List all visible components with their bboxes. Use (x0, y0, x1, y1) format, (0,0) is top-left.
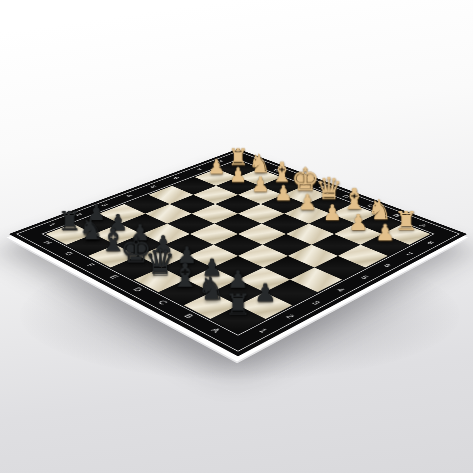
square-d4[interactable] (213, 234, 262, 256)
rank-label-5-right: 5 (356, 274, 372, 282)
rank-label-8-right: 8 (422, 240, 437, 247)
rank-label-6-right: 6 (379, 262, 395, 269)
file-label-d-bottom: D (129, 286, 145, 294)
rank-label-4-right: 4 (332, 286, 349, 294)
rank-label-3-right: 3 (307, 299, 324, 307)
file-label-c-bottom: C (154, 299, 171, 307)
square-c4[interactable] (238, 245, 288, 268)
square-b5[interactable] (288, 245, 338, 268)
file-label-a-bottom: A (207, 326, 224, 335)
file-label-f-bottom: F (83, 262, 98, 269)
rank-label-7-right: 7 (401, 251, 417, 258)
file-label-e-bottom: E (106, 273, 122, 281)
square-a4[interactable] (290, 268, 342, 293)
file-label-g-bottom: G (61, 250, 76, 257)
square-a5[interactable] (314, 256, 365, 280)
square-c5[interactable] (263, 234, 312, 256)
white-pawn-a7[interactable]: ♟ (361, 222, 410, 244)
rank-label-6-left: 6 (169, 175, 182, 180)
rank-label-1-right: 1 (254, 326, 271, 335)
rank-label-2-right: 2 (281, 312, 298, 321)
square-b4[interactable] (263, 256, 314, 280)
square-b6[interactable] (312, 234, 361, 256)
black-rook-a1[interactable]: ♜ (210, 289, 265, 319)
file-label-h-bottom: H (40, 239, 55, 246)
rank-label-4-left: 4 (122, 193, 136, 199)
product-photo: HHGGFFEEDDCCBBAA8877665544332211♜♞♝♛♚♝♞♜… (0, 0, 473, 473)
rank-label-5-left: 5 (146, 184, 159, 189)
file-label-b-bottom: B (180, 312, 197, 321)
